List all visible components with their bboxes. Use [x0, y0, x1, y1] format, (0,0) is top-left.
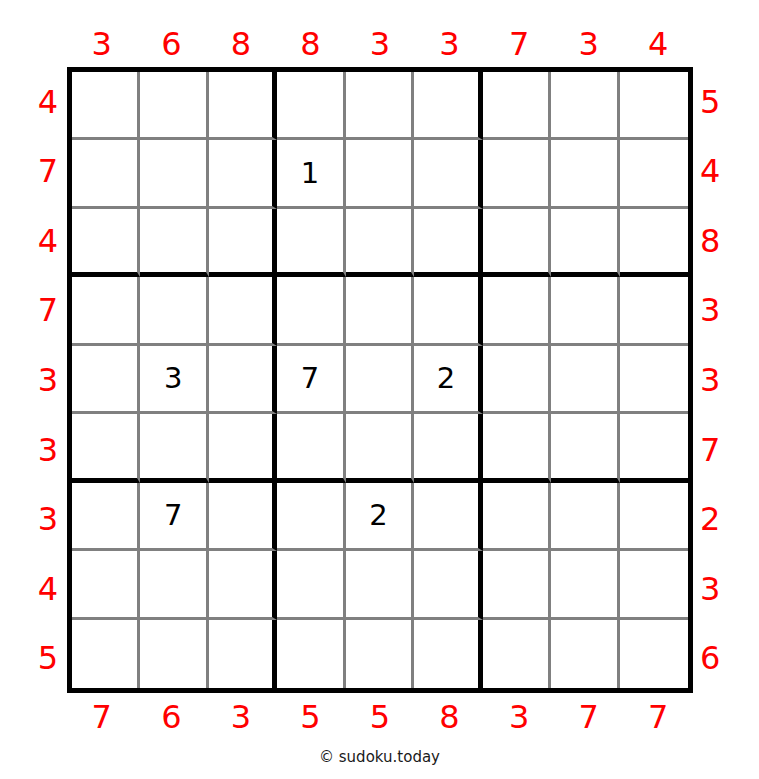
cell-r1c2[interactable] — [140, 72, 208, 140]
cell-r6c2[interactable] — [140, 414, 208, 482]
cell-r8c6[interactable] — [414, 551, 482, 619]
cell-r4c7[interactable] — [483, 277, 551, 345]
cell-r1c9[interactable] — [620, 72, 688, 140]
cell-r9c9[interactable] — [620, 620, 688, 688]
cell-r3c7[interactable] — [483, 209, 551, 277]
cell-r8c1[interactable] — [72, 551, 140, 619]
cell-r5c9[interactable] — [620, 346, 688, 414]
cell-r4c9[interactable] — [620, 277, 688, 345]
cell-r8c7[interactable] — [483, 551, 551, 619]
cell-r2c4[interactable]: 1 — [277, 140, 345, 208]
cell-r3c5[interactable] — [346, 209, 414, 277]
clues-bottom: 763558377 — [67, 693, 693, 737]
cell-r4c1[interactable] — [72, 277, 140, 345]
clue-bottom-2: 6 — [161, 701, 181, 733]
clue-top-9: 4 — [648, 28, 668, 60]
cell-r9c2[interactable] — [140, 620, 208, 688]
clue-top-5: 3 — [370, 28, 390, 60]
cell-r1c5[interactable] — [346, 72, 414, 140]
cell-r8c3[interactable] — [209, 551, 277, 619]
clue-top-8: 3 — [578, 28, 598, 60]
clue-top-6: 3 — [439, 28, 459, 60]
cell-r8c5[interactable] — [346, 551, 414, 619]
clue-bottom-9: 7 — [648, 701, 668, 733]
cell-r6c5[interactable] — [346, 414, 414, 482]
clue-top-2: 6 — [161, 28, 181, 60]
cell-r2c8[interactable] — [551, 140, 619, 208]
cell-r1c1[interactable] — [72, 72, 140, 140]
cell-r3c8[interactable] — [551, 209, 619, 277]
clues-right: 548337236 — [693, 67, 759, 693]
cell-r4c8[interactable] — [551, 277, 619, 345]
cell-r4c6[interactable] — [414, 277, 482, 345]
clue-left-8: 4 — [38, 573, 58, 605]
sudoku-board: 137272 — [67, 67, 693, 693]
cell-r2c3[interactable] — [209, 140, 277, 208]
clue-right-4: 3 — [700, 294, 720, 326]
cell-r6c4[interactable] — [277, 414, 345, 482]
clue-left-4: 7 — [38, 294, 58, 326]
cell-r4c2[interactable] — [140, 277, 208, 345]
cell-r7c7[interactable] — [483, 483, 551, 551]
clue-left-6: 3 — [38, 434, 58, 466]
cell-r4c3[interactable] — [209, 277, 277, 345]
cell-r3c9[interactable] — [620, 209, 688, 277]
cell-r9c6[interactable] — [414, 620, 482, 688]
cell-r7c9[interactable] — [620, 483, 688, 551]
cell-r7c4[interactable] — [277, 483, 345, 551]
cell-r8c8[interactable] — [551, 551, 619, 619]
cell-r5c7[interactable] — [483, 346, 551, 414]
clue-top-3: 8 — [231, 28, 251, 60]
cell-r3c3[interactable] — [209, 209, 277, 277]
clue-left-9: 5 — [38, 642, 58, 674]
cell-r9c7[interactable] — [483, 620, 551, 688]
cell-r6c9[interactable] — [620, 414, 688, 482]
cell-r2c7[interactable] — [483, 140, 551, 208]
clue-bottom-8: 7 — [578, 701, 598, 733]
clue-right-1: 5 — [700, 86, 720, 118]
cell-r8c9[interactable] — [620, 551, 688, 619]
cell-r4c4[interactable] — [277, 277, 345, 345]
clue-top-1: 3 — [92, 28, 112, 60]
cell-r5c5[interactable] — [346, 346, 414, 414]
cell-r6c8[interactable] — [551, 414, 619, 482]
cell-r7c6[interactable] — [414, 483, 482, 551]
cell-r7c3[interactable] — [209, 483, 277, 551]
cell-r7c1[interactable] — [72, 483, 140, 551]
cell-r1c4[interactable] — [277, 72, 345, 140]
cell-r9c8[interactable] — [551, 620, 619, 688]
clue-right-5: 3 — [700, 364, 720, 396]
clue-bottom-4: 5 — [300, 701, 320, 733]
clue-bottom-6: 8 — [439, 701, 459, 733]
clues-left: 474733345 — [0, 67, 67, 693]
cell-r1c6[interactable] — [414, 72, 482, 140]
clue-right-8: 3 — [700, 573, 720, 605]
clue-bottom-1: 7 — [92, 701, 112, 733]
cell-r5c1[interactable] — [72, 346, 140, 414]
clue-right-6: 7 — [700, 434, 720, 466]
cell-r2c6[interactable] — [414, 140, 482, 208]
cell-r5c8[interactable] — [551, 346, 619, 414]
cell-r9c5[interactable] — [346, 620, 414, 688]
cell-r8c4[interactable] — [277, 551, 345, 619]
clue-left-5: 3 — [38, 364, 58, 396]
cell-r9c3[interactable] — [209, 620, 277, 688]
clue-left-2: 7 — [38, 155, 58, 187]
cell-r6c6[interactable] — [414, 414, 482, 482]
cell-r5c6[interactable]: 2 — [414, 346, 482, 414]
cell-r3c6[interactable] — [414, 209, 482, 277]
clue-right-7: 2 — [700, 503, 720, 535]
cell-r6c7[interactable] — [483, 414, 551, 482]
cell-r2c9[interactable] — [620, 140, 688, 208]
cell-r3c1[interactable] — [72, 209, 140, 277]
clue-bottom-3: 3 — [231, 701, 251, 733]
clue-bottom-7: 3 — [509, 701, 529, 733]
copyright: © sudoku.today — [0, 748, 759, 766]
cell-r7c8[interactable] — [551, 483, 619, 551]
cell-r8c2[interactable] — [140, 551, 208, 619]
clue-top-7: 7 — [509, 28, 529, 60]
cell-r1c8[interactable] — [551, 72, 619, 140]
clue-left-3: 4 — [38, 225, 58, 257]
cell-r7c2[interactable]: 7 — [140, 483, 208, 551]
cell-r1c7[interactable] — [483, 72, 551, 140]
cell-r2c1[interactable] — [72, 140, 140, 208]
sudoku-page: 368833734 474733345 548337236 763558377 … — [0, 0, 759, 779]
clues-top: 368833734 — [67, 0, 693, 67]
cell-r3c2[interactable] — [140, 209, 208, 277]
clue-right-3: 8 — [700, 225, 720, 257]
clue-top-4: 8 — [300, 28, 320, 60]
cell-r3c4[interactable] — [277, 209, 345, 277]
clue-bottom-5: 5 — [370, 701, 390, 733]
cell-r5c3[interactable] — [209, 346, 277, 414]
cell-r5c4[interactable]: 7 — [277, 346, 345, 414]
clue-left-7: 3 — [38, 503, 58, 535]
cell-r9c1[interactable] — [72, 620, 140, 688]
cell-r1c3[interactable] — [209, 72, 277, 140]
cell-r7c5[interactable]: 2 — [346, 483, 414, 551]
cell-r9c4[interactable] — [277, 620, 345, 688]
clue-right-2: 4 — [700, 155, 720, 187]
cell-r2c5[interactable] — [346, 140, 414, 208]
cell-r6c1[interactable] — [72, 414, 140, 482]
cell-r6c3[interactable] — [209, 414, 277, 482]
cell-r4c5[interactable] — [346, 277, 414, 345]
cell-r2c2[interactable] — [140, 140, 208, 208]
clue-right-9: 6 — [700, 642, 720, 674]
cell-r5c2[interactable]: 3 — [140, 346, 208, 414]
clue-left-1: 4 — [38, 86, 58, 118]
